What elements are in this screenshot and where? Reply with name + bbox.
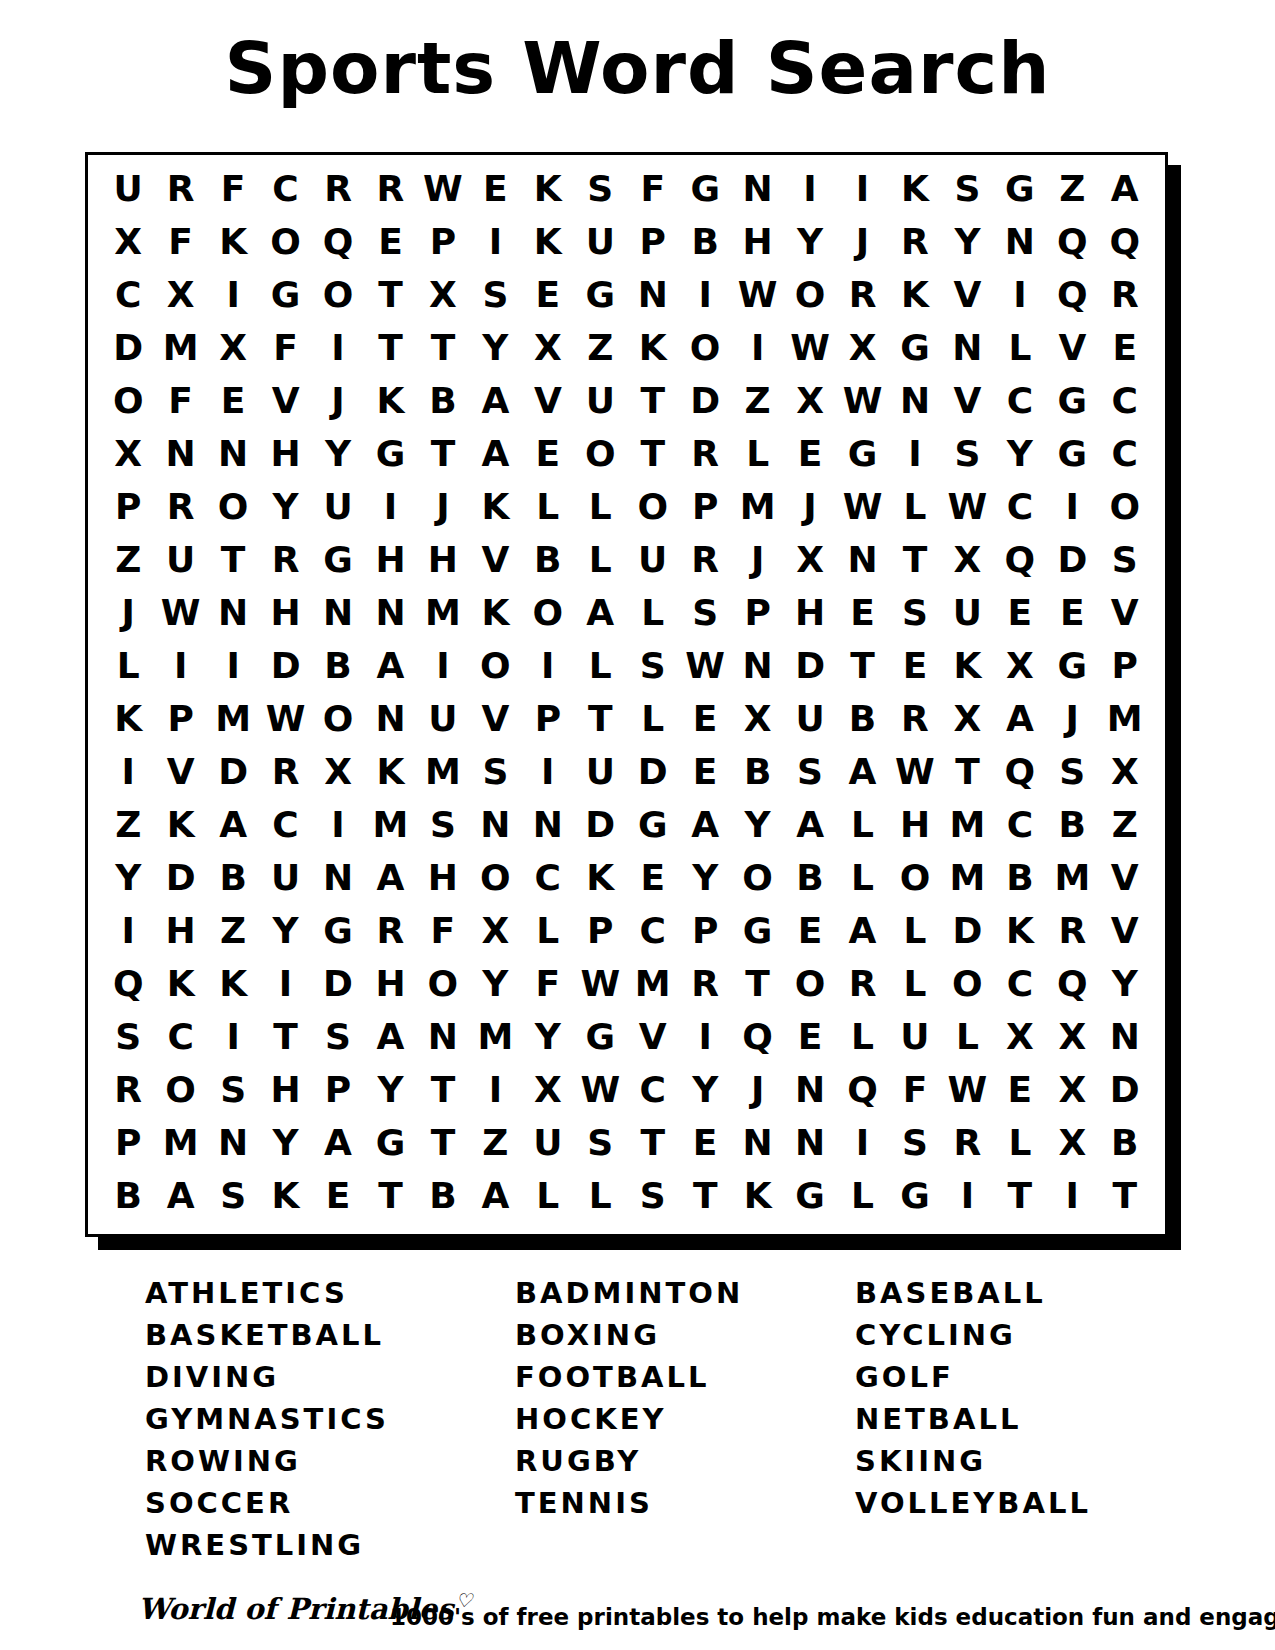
grid-cell: S bbox=[469, 745, 521, 798]
grid-cell: O bbox=[417, 957, 469, 1010]
grid-cell: L bbox=[522, 904, 574, 957]
grid-cell: T bbox=[417, 428, 469, 481]
grid-cell: B bbox=[731, 745, 783, 798]
grid-cell: T bbox=[259, 1010, 311, 1063]
grid-cell: D bbox=[312, 957, 364, 1010]
grid-cell: J bbox=[312, 375, 364, 428]
grid-cell: H bbox=[259, 587, 311, 640]
grid-cell: G bbox=[312, 904, 364, 957]
grid-cell: G bbox=[784, 1169, 836, 1222]
grid-cell: I bbox=[469, 216, 521, 269]
grid-cell: S bbox=[312, 1010, 364, 1063]
grid-cell: N bbox=[312, 587, 364, 640]
grid-cell: I bbox=[207, 1010, 259, 1063]
grid-cell: O bbox=[259, 216, 311, 269]
grid-cell: C bbox=[994, 481, 1046, 534]
grid-cell: T bbox=[889, 534, 941, 587]
grid-cell: Q bbox=[102, 957, 154, 1010]
grid-cell: E bbox=[679, 745, 731, 798]
grid-cell: I bbox=[836, 1116, 888, 1169]
grid-cell: I bbox=[417, 640, 469, 693]
grid-cell: G bbox=[259, 269, 311, 322]
word-item: FOOTBALL bbox=[515, 1356, 743, 1398]
grid-cell: N bbox=[207, 428, 259, 481]
word-item: ROWING bbox=[145, 1440, 389, 1482]
grid-cell: F bbox=[889, 1063, 941, 1116]
grid-cell: H bbox=[417, 534, 469, 587]
grid-cell: N bbox=[784, 1063, 836, 1116]
grid-cell: T bbox=[627, 428, 679, 481]
grid-cell: J bbox=[731, 1063, 783, 1116]
grid-cell: X bbox=[154, 269, 206, 322]
grid-cell: Q bbox=[1099, 216, 1151, 269]
grid-cell: S bbox=[574, 163, 626, 216]
grid-cell: N bbox=[364, 587, 416, 640]
grid-cell: K bbox=[994, 904, 1046, 957]
grid-cell: M bbox=[364, 798, 416, 851]
grid-cell: U bbox=[889, 1010, 941, 1063]
grid-cell: Q bbox=[994, 745, 1046, 798]
grid-cell: E bbox=[836, 587, 888, 640]
word-item: WRESTLING bbox=[145, 1524, 389, 1566]
grid-cell: Y bbox=[994, 428, 1046, 481]
grid-cell: F bbox=[627, 163, 679, 216]
grid-cell: W bbox=[836, 375, 888, 428]
grid-cell: E bbox=[522, 428, 574, 481]
word-search-grid: URFCRRWEKSFGNIIKSGZAXFKOQEPIKUPBHYJRYNQQ… bbox=[85, 152, 1168, 1237]
grid-cell: O bbox=[574, 428, 626, 481]
grid-cell: E bbox=[522, 269, 574, 322]
grid-cell: O bbox=[312, 693, 364, 746]
grid-cell: I bbox=[679, 1010, 731, 1063]
grid-cell: S bbox=[941, 428, 993, 481]
grid-cell: U bbox=[154, 534, 206, 587]
grid-cell: O bbox=[784, 269, 836, 322]
grid-cell: N bbox=[312, 851, 364, 904]
grid-cell: E bbox=[784, 428, 836, 481]
grid-cell: X bbox=[941, 534, 993, 587]
grid-cell: T bbox=[941, 745, 993, 798]
grid-cell: I bbox=[784, 163, 836, 216]
grid-cell: X bbox=[1099, 745, 1151, 798]
grid-cell: G bbox=[627, 798, 679, 851]
grid-cell: I bbox=[679, 269, 731, 322]
grid-cell: S bbox=[574, 1116, 626, 1169]
grid-cell: U bbox=[102, 163, 154, 216]
grid-cell: N bbox=[154, 428, 206, 481]
grid-cell: A bbox=[364, 1010, 416, 1063]
grid-cell: R bbox=[259, 745, 311, 798]
grid-cell: Q bbox=[836, 1063, 888, 1116]
grid-cell: E bbox=[627, 851, 679, 904]
grid-cell: P bbox=[522, 693, 574, 746]
grid-cell: Q bbox=[1046, 269, 1098, 322]
word-item: TENNIS bbox=[515, 1482, 743, 1524]
grid-cell: D bbox=[941, 904, 993, 957]
grid-cell: Q bbox=[312, 216, 364, 269]
grid-cell: A bbox=[1099, 163, 1151, 216]
grid-cell: L bbox=[994, 1116, 1046, 1169]
grid-cell: Y bbox=[364, 1063, 416, 1116]
grid-cell: A bbox=[836, 904, 888, 957]
grid-cell: G bbox=[889, 1169, 941, 1222]
grid-cell: I bbox=[941, 1169, 993, 1222]
grid-cell: K bbox=[364, 745, 416, 798]
grid-cell: H bbox=[731, 216, 783, 269]
grid-cell: I bbox=[1046, 481, 1098, 534]
grid-cell: X bbox=[207, 322, 259, 375]
grid-cell: V bbox=[522, 375, 574, 428]
grid-cell: I bbox=[522, 745, 574, 798]
grid-cell: I bbox=[312, 322, 364, 375]
grid-cell: I bbox=[207, 640, 259, 693]
grid-cell: R bbox=[364, 163, 416, 216]
grid-cell: O bbox=[154, 1063, 206, 1116]
grid-cell: K bbox=[941, 640, 993, 693]
grid-cell: R bbox=[154, 481, 206, 534]
grid-cell: W bbox=[417, 163, 469, 216]
grid-cell: R bbox=[889, 693, 941, 746]
grid-cell: U bbox=[574, 375, 626, 428]
grid-cell: L bbox=[889, 904, 941, 957]
grid-cell: N bbox=[417, 1010, 469, 1063]
grid-cell: C bbox=[627, 1063, 679, 1116]
grid-cell: F bbox=[207, 163, 259, 216]
grid-cell: X bbox=[784, 534, 836, 587]
grid-cell: Y bbox=[102, 851, 154, 904]
grid-cell: B bbox=[836, 693, 888, 746]
grid-cell: S bbox=[417, 798, 469, 851]
grid-cell: R bbox=[679, 534, 731, 587]
word-item: RUGBY bbox=[515, 1440, 743, 1482]
grid-cell: A bbox=[469, 428, 521, 481]
grid-cell: M bbox=[941, 851, 993, 904]
grid-cell: W bbox=[784, 322, 836, 375]
word-item: BASKETBALL bbox=[145, 1314, 389, 1356]
grid-cell: Q bbox=[731, 1010, 783, 1063]
grid-cell: T bbox=[627, 375, 679, 428]
grid-cell: E bbox=[994, 1063, 1046, 1116]
page-title: Sports Word Search bbox=[0, 26, 1275, 110]
grid-cell: Y bbox=[259, 904, 311, 957]
grid-cell: E bbox=[784, 1010, 836, 1063]
grid-cell: F bbox=[154, 216, 206, 269]
grid-cell: U bbox=[627, 534, 679, 587]
grid-cell: X bbox=[731, 693, 783, 746]
grid-cell: K bbox=[731, 1169, 783, 1222]
grid-cell: D bbox=[627, 745, 679, 798]
grid-cell: U bbox=[259, 851, 311, 904]
grid-cell: Z bbox=[574, 322, 626, 375]
grid-cell: D bbox=[102, 322, 154, 375]
word-item: SOCCER bbox=[145, 1482, 389, 1524]
grid-cell: W bbox=[836, 481, 888, 534]
grid-cell: I bbox=[889, 428, 941, 481]
grid-cell: L bbox=[627, 693, 679, 746]
grid-cell: H bbox=[889, 798, 941, 851]
grid-cell: G bbox=[364, 1116, 416, 1169]
grid-cell: C bbox=[994, 798, 1046, 851]
grid-cell: G bbox=[731, 904, 783, 957]
grid-cell: G bbox=[574, 269, 626, 322]
grid-cell: K bbox=[889, 269, 941, 322]
grid-cell: E bbox=[994, 587, 1046, 640]
grid-cell: T bbox=[364, 322, 416, 375]
grid-cell: T bbox=[364, 1169, 416, 1222]
grid-cell: Y bbox=[312, 428, 364, 481]
grid-cell: X bbox=[994, 640, 1046, 693]
word-list-column-3: BASEBALLCYCLINGGOLFNETBALLSKIINGVOLLEYBA… bbox=[855, 1272, 1091, 1524]
grid-cell: W bbox=[731, 269, 783, 322]
word-item: DIVING bbox=[145, 1356, 389, 1398]
grid-cell: W bbox=[259, 693, 311, 746]
word-item: CYCLING bbox=[855, 1314, 1091, 1356]
grid-cell: C bbox=[994, 375, 1046, 428]
grid-cell: Y bbox=[259, 1116, 311, 1169]
grid-cell: V bbox=[627, 1010, 679, 1063]
grid-cell: C bbox=[1099, 375, 1151, 428]
grid-cell: T bbox=[836, 640, 888, 693]
grid-cell: J bbox=[836, 216, 888, 269]
grid-cell: I bbox=[312, 798, 364, 851]
grid-cell: R bbox=[259, 534, 311, 587]
word-item: BADMINTON bbox=[515, 1272, 743, 1314]
grid-cell: B bbox=[417, 375, 469, 428]
grid-cell: G bbox=[836, 428, 888, 481]
grid-cell: W bbox=[941, 1063, 993, 1116]
grid-cell: G bbox=[1046, 640, 1098, 693]
grid-cell: L bbox=[574, 481, 626, 534]
grid-cell: G bbox=[574, 1010, 626, 1063]
grid-cell: H bbox=[154, 904, 206, 957]
grid-cell: J bbox=[417, 481, 469, 534]
grid-cell: V bbox=[259, 375, 311, 428]
grid-cell: R bbox=[836, 957, 888, 1010]
grid-cell: N bbox=[784, 1116, 836, 1169]
word-list-column-1: ATHLETICSBASKETBALLDIVINGGYMNASTICSROWIN… bbox=[145, 1272, 389, 1566]
grid-cell: U bbox=[941, 587, 993, 640]
word-item: VOLLEYBALL bbox=[855, 1482, 1091, 1524]
grid-cell: B bbox=[417, 1169, 469, 1222]
grid-cell: C bbox=[259, 798, 311, 851]
grid-cell: B bbox=[994, 851, 1046, 904]
grid-cell: Y bbox=[1099, 957, 1151, 1010]
grid-cell: O bbox=[312, 269, 364, 322]
grid-cell: P bbox=[627, 216, 679, 269]
grid-cell: W bbox=[889, 745, 941, 798]
grid-cell: P bbox=[731, 587, 783, 640]
grid-cell: E bbox=[364, 216, 416, 269]
grid-cell: Y bbox=[259, 481, 311, 534]
grid-cell: L bbox=[102, 640, 154, 693]
grid-cell: B bbox=[1099, 1116, 1151, 1169]
grid-cell: K bbox=[154, 957, 206, 1010]
grid-cell: N bbox=[207, 1116, 259, 1169]
grid-cell: K bbox=[522, 163, 574, 216]
grid-cell: T bbox=[364, 269, 416, 322]
grid-cell: E bbox=[1099, 322, 1151, 375]
grid-cell: D bbox=[154, 851, 206, 904]
grid-cell: T bbox=[994, 1169, 1046, 1222]
grid-cell: M bbox=[627, 957, 679, 1010]
grid-cell: D bbox=[259, 640, 311, 693]
grid-cell: J bbox=[1046, 693, 1098, 746]
grid-cell: X bbox=[784, 375, 836, 428]
grid-cell: L bbox=[836, 851, 888, 904]
grid-cell: I bbox=[207, 269, 259, 322]
grid-cell: U bbox=[784, 693, 836, 746]
grid-cell: T bbox=[574, 693, 626, 746]
grid-cell: D bbox=[207, 745, 259, 798]
grid-cell: K bbox=[574, 851, 626, 904]
grid-cell: L bbox=[889, 957, 941, 1010]
grid-cell: A bbox=[207, 798, 259, 851]
grid-cell: A bbox=[154, 1169, 206, 1222]
grid-cell: P bbox=[1099, 640, 1151, 693]
grid-cell: C bbox=[1099, 428, 1151, 481]
grid-cell: S bbox=[784, 745, 836, 798]
grid-cell: Y bbox=[679, 851, 731, 904]
grid-cell: N bbox=[364, 693, 416, 746]
word-item: BOXING bbox=[515, 1314, 743, 1356]
grid-cell: X bbox=[469, 904, 521, 957]
grid-cell: U bbox=[417, 693, 469, 746]
grid-cell: H bbox=[364, 534, 416, 587]
grid-cell: A bbox=[784, 798, 836, 851]
grid-cell: V bbox=[941, 375, 993, 428]
grid-cell: W bbox=[574, 957, 626, 1010]
grid-cell: U bbox=[312, 481, 364, 534]
grid-cell: I bbox=[731, 322, 783, 375]
grid-cell: O bbox=[731, 851, 783, 904]
grid-cell: M bbox=[1046, 851, 1098, 904]
grid-cell: Y bbox=[469, 322, 521, 375]
grid-cell: Q bbox=[1046, 216, 1098, 269]
grid-cell: P bbox=[312, 1063, 364, 1116]
grid-cell: F bbox=[417, 904, 469, 957]
grid-cell: M bbox=[154, 1116, 206, 1169]
grid-cell: E bbox=[784, 904, 836, 957]
word-item: GOLF bbox=[855, 1356, 1091, 1398]
word-item: BASEBALL bbox=[855, 1272, 1091, 1314]
grid-cell: E bbox=[679, 1116, 731, 1169]
grid-cell: V bbox=[469, 693, 521, 746]
grid-cell: L bbox=[994, 322, 1046, 375]
grid-cell: W bbox=[154, 587, 206, 640]
grid-cell: R bbox=[679, 428, 731, 481]
grid-cell: K bbox=[627, 322, 679, 375]
grid-cell: B bbox=[1046, 798, 1098, 851]
grid-cell: E bbox=[207, 375, 259, 428]
grid-cell: X bbox=[836, 322, 888, 375]
grid-cell: H bbox=[784, 587, 836, 640]
grid-cell: R bbox=[889, 216, 941, 269]
grid-cell: R bbox=[102, 1063, 154, 1116]
grid-cell: R bbox=[364, 904, 416, 957]
grid-cell: L bbox=[836, 1169, 888, 1222]
grid-cell: O bbox=[784, 957, 836, 1010]
grid-cell: O bbox=[469, 640, 521, 693]
grid-cell: V bbox=[1099, 904, 1151, 957]
word-item: ATHLETICS bbox=[145, 1272, 389, 1314]
grid-cell: L bbox=[522, 1169, 574, 1222]
grid-cell: B bbox=[102, 1169, 154, 1222]
grid-cell: Y bbox=[731, 798, 783, 851]
grid-cell: A bbox=[574, 587, 626, 640]
grid-cell: O bbox=[679, 322, 731, 375]
grid-cell: Y bbox=[522, 1010, 574, 1063]
grid-cell: F bbox=[154, 375, 206, 428]
grid-cell: C bbox=[994, 957, 1046, 1010]
grid-cell: L bbox=[889, 481, 941, 534]
grid-cell: A bbox=[312, 1116, 364, 1169]
grid-cell: R bbox=[1046, 904, 1098, 957]
grid-cell: Y bbox=[941, 216, 993, 269]
grid-cell: B bbox=[784, 851, 836, 904]
grid-cell: H bbox=[364, 957, 416, 1010]
grid-cell: A bbox=[469, 375, 521, 428]
grid-cell: N bbox=[889, 375, 941, 428]
grid-cell: I bbox=[154, 640, 206, 693]
grid-cell: X bbox=[522, 1063, 574, 1116]
grid-cell: S bbox=[679, 587, 731, 640]
grid-cell: V bbox=[1099, 851, 1151, 904]
grid-cell: K bbox=[522, 216, 574, 269]
grid-cell: T bbox=[627, 1116, 679, 1169]
grid-cell: P bbox=[154, 693, 206, 746]
grid-cell: D bbox=[1099, 1063, 1151, 1116]
grid-cell: M bbox=[731, 481, 783, 534]
grid-cell: N bbox=[627, 269, 679, 322]
grid-cell: C bbox=[259, 163, 311, 216]
grid-cell: B bbox=[207, 851, 259, 904]
grid-cell: D bbox=[784, 640, 836, 693]
grid-cell: S bbox=[102, 1010, 154, 1063]
grid-cell: X bbox=[522, 322, 574, 375]
word-item: NETBALL bbox=[855, 1398, 1091, 1440]
grid-cell: R bbox=[154, 163, 206, 216]
grid-cell: T bbox=[679, 1169, 731, 1222]
grid-cell: S bbox=[207, 1063, 259, 1116]
grid-cell: M bbox=[469, 1010, 521, 1063]
grid-cell: I bbox=[364, 481, 416, 534]
grid-cell: R bbox=[1099, 269, 1151, 322]
grid-cell: Z bbox=[1046, 163, 1098, 216]
grid-cell: C bbox=[102, 269, 154, 322]
grid-cell: I bbox=[102, 904, 154, 957]
grid-cell: S bbox=[1046, 745, 1098, 798]
grid-cell: Q bbox=[994, 534, 1046, 587]
grid-cell: T bbox=[731, 957, 783, 1010]
grid-cell: R bbox=[679, 957, 731, 1010]
grid-cell: B bbox=[522, 534, 574, 587]
grid-cell: G bbox=[679, 163, 731, 216]
grid-cell: K bbox=[154, 798, 206, 851]
grid-cell: T bbox=[417, 322, 469, 375]
grid-cell: X bbox=[994, 1010, 1046, 1063]
grid-cell: X bbox=[941, 693, 993, 746]
grid-cell: U bbox=[574, 745, 626, 798]
grid-cell: E bbox=[312, 1169, 364, 1222]
word-list-column-2: BADMINTONBOXINGFOOTBALLHOCKEYRUGBYTENNIS bbox=[515, 1272, 743, 1524]
grid-cell: R bbox=[941, 1116, 993, 1169]
grid-cell: U bbox=[522, 1116, 574, 1169]
grid-cell: J bbox=[784, 481, 836, 534]
grid-cell: S bbox=[207, 1169, 259, 1222]
grid-cell: D bbox=[679, 375, 731, 428]
grid-cell: X bbox=[102, 216, 154, 269]
grid-cell: N bbox=[731, 640, 783, 693]
